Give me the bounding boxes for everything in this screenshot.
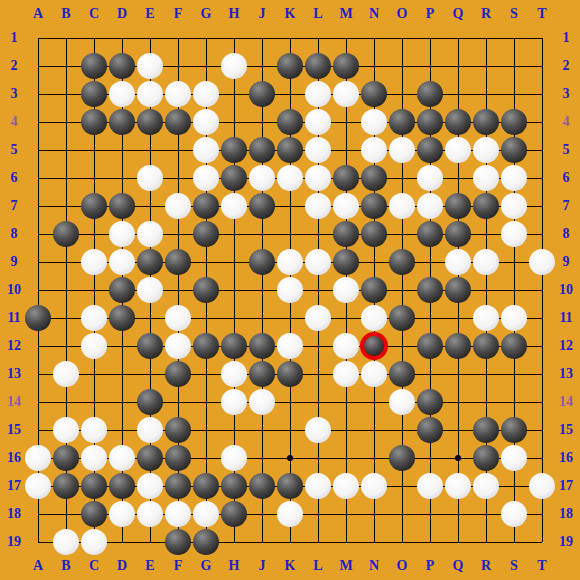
white-stone[interactable] bbox=[25, 473, 51, 499]
row-label-right: 1 bbox=[563, 31, 570, 45]
black-stone[interactable] bbox=[81, 81, 107, 107]
row-label-right: 5 bbox=[563, 143, 570, 157]
white-stone[interactable] bbox=[277, 501, 303, 527]
black-stone[interactable] bbox=[277, 361, 303, 387]
row-label-right: 2 bbox=[563, 59, 570, 73]
black-stone[interactable] bbox=[221, 473, 247, 499]
row-label-left: 19 bbox=[7, 535, 21, 549]
black-stone[interactable] bbox=[221, 501, 247, 527]
white-stone[interactable] bbox=[53, 361, 79, 387]
row-label-left: 13 bbox=[7, 367, 21, 381]
white-stone[interactable] bbox=[361, 137, 387, 163]
black-stone[interactable] bbox=[389, 109, 415, 135]
row-label-left: 1 bbox=[11, 31, 18, 45]
white-stone[interactable] bbox=[221, 53, 247, 79]
col-label-bottom: F bbox=[174, 559, 183, 573]
black-stone[interactable] bbox=[361, 221, 387, 247]
row-label-right: 9 bbox=[563, 255, 570, 269]
black-stone[interactable] bbox=[165, 361, 191, 387]
black-stone[interactable] bbox=[165, 473, 191, 499]
row-label-right: 12 bbox=[559, 339, 573, 353]
black-stone[interactable] bbox=[361, 193, 387, 219]
white-stone[interactable] bbox=[501, 165, 527, 191]
white-stone[interactable] bbox=[473, 473, 499, 499]
white-stone[interactable] bbox=[193, 165, 219, 191]
col-label-top: S bbox=[510, 7, 518, 21]
white-stone[interactable] bbox=[165, 305, 191, 331]
black-stone[interactable] bbox=[81, 473, 107, 499]
star-point bbox=[455, 455, 461, 461]
white-stone[interactable] bbox=[473, 249, 499, 275]
col-label-top: H bbox=[229, 7, 240, 21]
white-stone[interactable] bbox=[277, 277, 303, 303]
white-stone[interactable] bbox=[501, 221, 527, 247]
black-stone[interactable] bbox=[361, 165, 387, 191]
col-label-bottom: J bbox=[259, 559, 266, 573]
black-stone[interactable] bbox=[137, 333, 163, 359]
row-label-right: 7 bbox=[563, 199, 570, 213]
black-stone[interactable] bbox=[165, 249, 191, 275]
white-stone[interactable] bbox=[277, 249, 303, 275]
black-stone[interactable] bbox=[81, 501, 107, 527]
black-stone[interactable] bbox=[445, 277, 471, 303]
white-stone[interactable] bbox=[305, 417, 331, 443]
white-stone[interactable] bbox=[445, 249, 471, 275]
black-stone[interactable] bbox=[109, 277, 135, 303]
black-stone[interactable] bbox=[389, 445, 415, 471]
black-stone[interactable] bbox=[417, 417, 443, 443]
black-stone[interactable] bbox=[249, 473, 275, 499]
black-stone[interactable] bbox=[417, 333, 443, 359]
white-stone[interactable] bbox=[165, 333, 191, 359]
black-stone[interactable] bbox=[137, 109, 163, 135]
black-stone[interactable] bbox=[53, 221, 79, 247]
white-stone[interactable] bbox=[389, 137, 415, 163]
black-stone[interactable] bbox=[109, 53, 135, 79]
col-label-top: P bbox=[426, 7, 435, 21]
col-label-bottom: C bbox=[89, 559, 99, 573]
black-stone[interactable] bbox=[501, 333, 527, 359]
row-label-right: 6 bbox=[563, 171, 570, 185]
col-label-bottom: P bbox=[426, 559, 435, 573]
white-stone[interactable] bbox=[109, 81, 135, 107]
white-stone[interactable] bbox=[81, 305, 107, 331]
col-label-bottom: B bbox=[61, 559, 70, 573]
col-label-top: C bbox=[89, 7, 99, 21]
black-stone[interactable] bbox=[193, 529, 219, 555]
black-stone[interactable] bbox=[473, 109, 499, 135]
white-stone[interactable] bbox=[137, 165, 163, 191]
black-stone[interactable] bbox=[445, 333, 471, 359]
white-stone[interactable] bbox=[305, 193, 331, 219]
black-stone[interactable] bbox=[165, 109, 191, 135]
col-label-bottom: E bbox=[145, 559, 154, 573]
black-stone[interactable] bbox=[501, 417, 527, 443]
black-stone[interactable] bbox=[473, 417, 499, 443]
white-stone[interactable] bbox=[81, 249, 107, 275]
black-stone[interactable] bbox=[221, 165, 247, 191]
black-stone[interactable] bbox=[193, 221, 219, 247]
white-stone[interactable] bbox=[389, 389, 415, 415]
white-stone[interactable] bbox=[333, 361, 359, 387]
black-stone[interactable] bbox=[389, 361, 415, 387]
white-stone[interactable] bbox=[249, 389, 275, 415]
row-label-left: 16 bbox=[7, 451, 21, 465]
white-stone[interactable] bbox=[137, 473, 163, 499]
row-label-left: 14 bbox=[7, 395, 21, 409]
black-stone[interactable] bbox=[109, 193, 135, 219]
black-stone[interactable] bbox=[249, 361, 275, 387]
white-stone[interactable] bbox=[109, 249, 135, 275]
white-stone[interactable] bbox=[501, 445, 527, 471]
black-stone[interactable] bbox=[473, 193, 499, 219]
black-stone[interactable] bbox=[277, 53, 303, 79]
black-stone[interactable] bbox=[417, 221, 443, 247]
black-stone[interactable] bbox=[109, 473, 135, 499]
white-stone[interactable] bbox=[305, 249, 331, 275]
black-stone[interactable] bbox=[333, 165, 359, 191]
row-label-left: 8 bbox=[11, 227, 18, 241]
white-stone[interactable] bbox=[305, 305, 331, 331]
black-stone[interactable] bbox=[193, 277, 219, 303]
marked-last-move-stone[interactable] bbox=[360, 332, 388, 360]
black-stone[interactable] bbox=[473, 333, 499, 359]
white-stone[interactable] bbox=[81, 529, 107, 555]
white-stone[interactable] bbox=[361, 305, 387, 331]
white-stone[interactable] bbox=[165, 193, 191, 219]
row-label-right: 10 bbox=[559, 283, 573, 297]
black-stone[interactable] bbox=[277, 109, 303, 135]
go-board[interactable]: AABBCCDDEEFFGGHHJJKKLLMMNNOOPPQQRRSSTT11… bbox=[0, 0, 580, 580]
white-stone[interactable] bbox=[361, 109, 387, 135]
black-stone[interactable] bbox=[417, 277, 443, 303]
col-label-bottom: S bbox=[510, 559, 518, 573]
white-stone[interactable] bbox=[333, 277, 359, 303]
col-label-bottom: M bbox=[339, 559, 352, 573]
black-stone[interactable] bbox=[165, 417, 191, 443]
white-stone[interactable] bbox=[81, 445, 107, 471]
black-stone[interactable] bbox=[277, 137, 303, 163]
white-stone[interactable] bbox=[501, 193, 527, 219]
row-label-right: 19 bbox=[559, 535, 573, 549]
white-stone[interactable] bbox=[277, 333, 303, 359]
black-stone[interactable] bbox=[417, 389, 443, 415]
white-stone[interactable] bbox=[25, 445, 51, 471]
black-stone[interactable] bbox=[109, 109, 135, 135]
col-label-top: N bbox=[369, 7, 379, 21]
black-stone[interactable] bbox=[417, 137, 443, 163]
white-stone[interactable] bbox=[333, 193, 359, 219]
row-label-left: 6 bbox=[11, 171, 18, 185]
white-stone[interactable] bbox=[305, 165, 331, 191]
black-stone[interactable] bbox=[249, 249, 275, 275]
black-stone[interactable] bbox=[137, 389, 163, 415]
black-stone[interactable] bbox=[501, 137, 527, 163]
black-stone[interactable] bbox=[333, 221, 359, 247]
black-stone[interactable] bbox=[249, 81, 275, 107]
star-point bbox=[287, 455, 293, 461]
row-label-left: 3 bbox=[11, 87, 18, 101]
white-stone[interactable] bbox=[417, 165, 443, 191]
white-stone[interactable] bbox=[109, 221, 135, 247]
col-label-top: R bbox=[481, 7, 491, 21]
white-stone[interactable] bbox=[221, 389, 247, 415]
white-stone[interactable] bbox=[417, 193, 443, 219]
col-label-bottom: R bbox=[481, 559, 491, 573]
black-stone[interactable] bbox=[389, 249, 415, 275]
white-stone[interactable] bbox=[193, 81, 219, 107]
black-stone[interactable] bbox=[81, 53, 107, 79]
row-label-right: 8 bbox=[563, 227, 570, 241]
white-stone[interactable] bbox=[221, 193, 247, 219]
white-stone[interactable] bbox=[501, 305, 527, 331]
black-stone[interactable] bbox=[305, 53, 331, 79]
white-stone[interactable] bbox=[137, 417, 163, 443]
black-stone[interactable] bbox=[333, 249, 359, 275]
col-label-bottom: N bbox=[369, 559, 379, 573]
white-stone[interactable] bbox=[305, 109, 331, 135]
black-stone[interactable] bbox=[221, 137, 247, 163]
black-stone[interactable] bbox=[165, 445, 191, 471]
col-label-top: T bbox=[537, 7, 546, 21]
row-label-left: 18 bbox=[7, 507, 21, 521]
white-stone[interactable] bbox=[529, 249, 555, 275]
col-label-top: G bbox=[201, 7, 212, 21]
col-label-top: J bbox=[259, 7, 266, 21]
row-label-left: 2 bbox=[11, 59, 18, 73]
black-stone[interactable] bbox=[445, 221, 471, 247]
white-stone[interactable] bbox=[137, 81, 163, 107]
col-label-bottom: H bbox=[229, 559, 240, 573]
col-label-top: Q bbox=[453, 7, 464, 21]
white-stone[interactable] bbox=[249, 165, 275, 191]
white-stone[interactable] bbox=[165, 501, 191, 527]
col-label-top: F bbox=[174, 7, 183, 21]
black-stone[interactable] bbox=[473, 445, 499, 471]
row-label-left: 11 bbox=[7, 311, 20, 325]
white-stone[interactable] bbox=[81, 417, 107, 443]
col-label-top: O bbox=[397, 7, 408, 21]
white-stone[interactable] bbox=[305, 473, 331, 499]
white-stone[interactable] bbox=[361, 361, 387, 387]
white-stone[interactable] bbox=[165, 81, 191, 107]
white-stone[interactable] bbox=[473, 305, 499, 331]
white-stone[interactable] bbox=[193, 109, 219, 135]
white-stone[interactable] bbox=[445, 137, 471, 163]
col-label-top: A bbox=[33, 7, 43, 21]
black-stone[interactable] bbox=[137, 445, 163, 471]
black-stone[interactable] bbox=[221, 333, 247, 359]
white-stone[interactable] bbox=[333, 81, 359, 107]
white-stone[interactable] bbox=[109, 501, 135, 527]
row-label-left: 10 bbox=[7, 283, 21, 297]
white-stone[interactable] bbox=[445, 473, 471, 499]
white-stone[interactable] bbox=[81, 333, 107, 359]
white-stone[interactable] bbox=[305, 81, 331, 107]
black-stone[interactable] bbox=[361, 81, 387, 107]
white-stone[interactable] bbox=[137, 501, 163, 527]
row-label-left: 5 bbox=[11, 143, 18, 157]
white-stone[interactable] bbox=[109, 445, 135, 471]
row-label-right: 4 bbox=[563, 115, 570, 129]
col-label-bottom: O bbox=[397, 559, 408, 573]
col-label-top: L bbox=[313, 7, 322, 21]
row-label-right: 18 bbox=[559, 507, 573, 521]
white-stone[interactable] bbox=[137, 53, 163, 79]
row-label-left: 7 bbox=[11, 199, 18, 213]
white-stone[interactable] bbox=[417, 473, 443, 499]
black-stone[interactable] bbox=[81, 109, 107, 135]
black-stone[interactable] bbox=[445, 193, 471, 219]
col-label-bottom: Q bbox=[453, 559, 464, 573]
row-label-right: 13 bbox=[559, 367, 573, 381]
col-label-bottom: T bbox=[537, 559, 546, 573]
row-label-right: 15 bbox=[559, 423, 573, 437]
black-stone[interactable] bbox=[193, 193, 219, 219]
black-stone[interactable] bbox=[193, 333, 219, 359]
col-label-top: D bbox=[117, 7, 127, 21]
black-stone[interactable] bbox=[137, 249, 163, 275]
white-stone[interactable] bbox=[473, 165, 499, 191]
black-stone[interactable] bbox=[53, 445, 79, 471]
white-stone[interactable] bbox=[193, 137, 219, 163]
black-stone[interactable] bbox=[81, 193, 107, 219]
white-stone[interactable] bbox=[53, 417, 79, 443]
col-label-bottom: D bbox=[117, 559, 127, 573]
white-stone[interactable] bbox=[221, 445, 247, 471]
row-label-right: 3 bbox=[563, 87, 570, 101]
black-stone[interactable] bbox=[165, 529, 191, 555]
black-stone[interactable] bbox=[361, 277, 387, 303]
black-stone[interactable] bbox=[389, 305, 415, 331]
black-stone[interactable] bbox=[445, 109, 471, 135]
col-label-top: E bbox=[145, 7, 154, 21]
black-stone[interactable] bbox=[417, 109, 443, 135]
white-stone[interactable] bbox=[221, 361, 247, 387]
black-stone[interactable] bbox=[277, 473, 303, 499]
white-stone[interactable] bbox=[53, 529, 79, 555]
black-stone[interactable] bbox=[25, 305, 51, 331]
white-stone[interactable] bbox=[137, 277, 163, 303]
white-stone[interactable] bbox=[333, 473, 359, 499]
white-stone[interactable] bbox=[193, 501, 219, 527]
black-stone[interactable] bbox=[333, 53, 359, 79]
white-stone[interactable] bbox=[389, 193, 415, 219]
col-label-bottom: A bbox=[33, 559, 43, 573]
black-stone[interactable] bbox=[249, 193, 275, 219]
black-stone[interactable] bbox=[501, 109, 527, 135]
col-label-top: K bbox=[285, 7, 296, 21]
black-stone[interactable] bbox=[53, 473, 79, 499]
white-stone[interactable] bbox=[277, 165, 303, 191]
white-stone[interactable] bbox=[501, 501, 527, 527]
row-label-left: 17 bbox=[7, 479, 21, 493]
white-stone[interactable] bbox=[361, 473, 387, 499]
black-stone[interactable] bbox=[109, 305, 135, 331]
white-stone[interactable] bbox=[305, 137, 331, 163]
black-stone[interactable] bbox=[249, 333, 275, 359]
black-stone[interactable] bbox=[417, 81, 443, 107]
col-label-bottom: K bbox=[285, 559, 296, 573]
white-stone[interactable] bbox=[137, 221, 163, 247]
row-label-right: 17 bbox=[559, 479, 573, 493]
row-label-right: 16 bbox=[559, 451, 573, 465]
row-label-right: 11 bbox=[559, 311, 572, 325]
col-label-top: M bbox=[339, 7, 352, 21]
white-stone[interactable] bbox=[333, 333, 359, 359]
white-stone[interactable] bbox=[529, 473, 555, 499]
col-label-bottom: G bbox=[201, 559, 212, 573]
row-label-left: 9 bbox=[11, 255, 18, 269]
white-stone[interactable] bbox=[473, 137, 499, 163]
black-stone[interactable] bbox=[249, 137, 275, 163]
col-label-top: B bbox=[61, 7, 70, 21]
black-stone[interactable] bbox=[193, 473, 219, 499]
row-label-left: 15 bbox=[7, 423, 21, 437]
col-label-bottom: L bbox=[313, 559, 322, 573]
row-label-left: 4 bbox=[11, 115, 18, 129]
row-label-left: 12 bbox=[7, 339, 21, 353]
row-label-right: 14 bbox=[559, 395, 573, 409]
